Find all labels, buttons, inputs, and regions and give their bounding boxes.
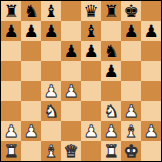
- square-b7[interactable]: ♟: [21, 21, 41, 41]
- square-a3[interactable]: [1, 101, 21, 121]
- square-c3[interactable]: ♞: [41, 101, 61, 121]
- square-b2[interactable]: ♟: [21, 121, 41, 141]
- square-e8[interactable]: ♛: [81, 1, 101, 21]
- black-pawn-a7: ♟: [3, 21, 18, 41]
- square-h3[interactable]: [141, 101, 161, 121]
- square-h6[interactable]: [141, 41, 161, 61]
- white-pawn-a2: ♟: [3, 121, 18, 141]
- square-f7[interactable]: [101, 21, 121, 41]
- square-d1[interactable]: ♛: [61, 141, 81, 161]
- white-pawn-f2: ♟: [103, 121, 118, 141]
- square-h4[interactable]: [141, 81, 161, 101]
- square-g1[interactable]: ♚: [121, 141, 141, 161]
- square-f6[interactable]: ♞: [101, 41, 121, 61]
- square-f8[interactable]: ♜: [101, 1, 121, 21]
- square-e5[interactable]: [81, 61, 101, 81]
- square-h1[interactable]: [141, 141, 161, 161]
- white-pawn-c4: ♟: [43, 81, 58, 101]
- square-d8[interactable]: [61, 1, 81, 21]
- white-rook-a1: ♜: [3, 141, 18, 161]
- square-g5[interactable]: [121, 61, 141, 81]
- square-e4[interactable]: [81, 81, 101, 101]
- square-b8[interactable]: ♞: [21, 1, 41, 21]
- square-a5[interactable]: [1, 61, 21, 81]
- square-f4[interactable]: [101, 81, 121, 101]
- white-bishop-c1: ♝: [43, 141, 58, 161]
- square-g4[interactable]: [121, 81, 141, 101]
- square-d3[interactable]: [61, 101, 81, 121]
- chess-board-frame: ♜♞♝♛♜♚♟♟♟♝♟♟♟♟♞♟♟♟♞♞♟♟♟♟♟♝♟♜♝♛♜♚: [0, 0, 162, 162]
- square-f2[interactable]: ♟: [101, 121, 121, 141]
- square-h8[interactable]: [141, 1, 161, 21]
- square-h2[interactable]: ♟: [141, 121, 161, 141]
- black-pawn-c7: ♟: [43, 21, 58, 41]
- square-e3[interactable]: [81, 101, 101, 121]
- white-knight-f3: ♞: [103, 101, 118, 121]
- square-a6[interactable]: [1, 41, 21, 61]
- black-rook-f8: ♜: [103, 1, 118, 21]
- square-b3[interactable]: [21, 101, 41, 121]
- black-knight-f6: ♞: [103, 41, 118, 61]
- square-g8[interactable]: ♚: [121, 1, 141, 21]
- square-d7[interactable]: [61, 21, 81, 41]
- square-c7[interactable]: ♟: [41, 21, 61, 41]
- white-pawn-e2: ♟: [83, 121, 98, 141]
- square-c6[interactable]: [41, 41, 61, 61]
- white-pawn-d4: ♟: [63, 81, 78, 101]
- square-b1[interactable]: [21, 141, 41, 161]
- white-knight-c3: ♞: [43, 101, 58, 121]
- white-rook-f1: ♜: [103, 141, 118, 161]
- square-g2[interactable]: ♝: [121, 121, 141, 141]
- square-c1[interactable]: ♝: [41, 141, 61, 161]
- square-b6[interactable]: [21, 41, 41, 61]
- black-rook-a8: ♜: [3, 1, 18, 21]
- black-pawn-g7: ♟: [123, 21, 138, 41]
- square-a4[interactable]: [1, 81, 21, 101]
- square-b4[interactable]: [21, 81, 41, 101]
- square-h7[interactable]: ♟: [141, 21, 161, 41]
- square-d6[interactable]: ♟: [61, 41, 81, 61]
- square-e2[interactable]: ♟: [81, 121, 101, 141]
- white-pawn-b2: ♟: [23, 121, 38, 141]
- square-a2[interactable]: ♟: [1, 121, 21, 141]
- black-pawn-h7: ♟: [143, 21, 158, 41]
- black-king-g8: ♚: [123, 1, 138, 21]
- white-queen-d1: ♛: [63, 141, 78, 161]
- square-c4[interactable]: ♟: [41, 81, 61, 101]
- square-c2[interactable]: [41, 121, 61, 141]
- square-h5[interactable]: [141, 61, 161, 81]
- square-f3[interactable]: ♞: [101, 101, 121, 121]
- white-king-g1: ♚: [123, 141, 138, 161]
- square-g3[interactable]: ♟: [121, 101, 141, 121]
- black-knight-b8: ♞: [23, 1, 38, 21]
- square-b5[interactable]: [21, 61, 41, 81]
- square-f5[interactable]: ♟: [101, 61, 121, 81]
- square-g7[interactable]: ♟: [121, 21, 141, 41]
- black-bishop-c8: ♝: [43, 1, 58, 21]
- black-pawn-d6: ♟: [63, 41, 78, 61]
- white-pawn-g3: ♟: [123, 101, 138, 121]
- square-f1[interactable]: ♜: [101, 141, 121, 161]
- square-e7[interactable]: ♝: [81, 21, 101, 41]
- square-e6[interactable]: ♟: [81, 41, 101, 61]
- chess-board: ♜♞♝♛♜♚♟♟♟♝♟♟♟♟♞♟♟♟♞♞♟♟♟♟♟♝♟♜♝♛♜♚: [1, 1, 161, 161]
- square-a8[interactable]: ♜: [1, 1, 21, 21]
- black-pawn-f5: ♟: [103, 61, 118, 81]
- square-d5[interactable]: [61, 61, 81, 81]
- black-queen-e8: ♛: [83, 1, 98, 21]
- white-pawn-h2: ♟: [143, 121, 158, 141]
- square-d2[interactable]: [61, 121, 81, 141]
- square-a7[interactable]: ♟: [1, 21, 21, 41]
- black-bishop-e7: ♝: [83, 21, 98, 41]
- square-c5[interactable]: [41, 61, 61, 81]
- black-pawn-b7: ♟: [23, 21, 38, 41]
- square-a1[interactable]: ♜: [1, 141, 21, 161]
- black-pawn-e6: ♟: [83, 41, 98, 61]
- square-e1[interactable]: [81, 141, 101, 161]
- square-c8[interactable]: ♝: [41, 1, 61, 21]
- square-g6[interactable]: [121, 41, 141, 61]
- white-bishop-g2: ♝: [123, 121, 138, 141]
- square-d4[interactable]: ♟: [61, 81, 81, 101]
